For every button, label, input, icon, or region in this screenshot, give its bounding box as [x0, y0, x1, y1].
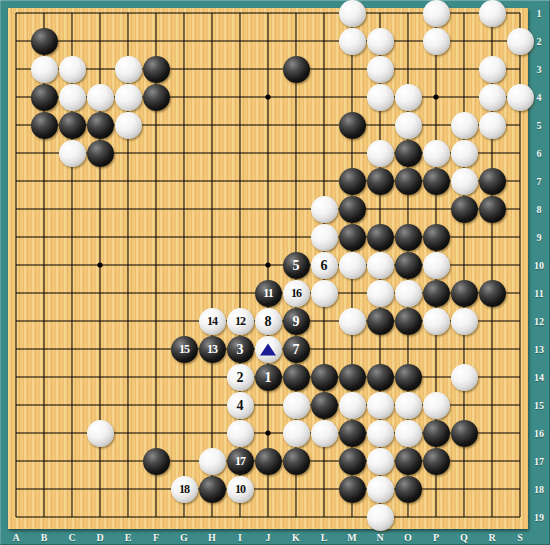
stone-B5-black[interactable]: [31, 112, 58, 139]
stone-R1-white[interactable]: [479, 0, 506, 27]
col-label-Q: Q: [460, 532, 468, 543]
stone-R7-black[interactable]: [479, 168, 506, 195]
row-label-13: 13: [534, 344, 544, 355]
stone-O5-white[interactable]: [395, 112, 422, 139]
stone-K15-white[interactable]: [283, 392, 310, 419]
stone-H17-white[interactable]: [199, 448, 226, 475]
stone-K14-black[interactable]: [283, 364, 310, 391]
stone-D4-white[interactable]: [87, 84, 114, 111]
stone-M12-white[interactable]: [339, 308, 366, 335]
stone-J11-black[interactable]: 11: [255, 280, 282, 307]
stone-M16-black[interactable]: [339, 420, 366, 447]
col-label-E: E: [125, 532, 132, 543]
stone-K17-black[interactable]: [283, 448, 310, 475]
stone-N2-white[interactable]: [367, 28, 394, 55]
stone-K3-black[interactable]: [283, 56, 310, 83]
stone-O16-white[interactable]: [395, 420, 422, 447]
stone-O9-black[interactable]: [395, 224, 422, 251]
move-number: 2: [227, 364, 254, 391]
move-number: 12: [227, 308, 254, 335]
stone-D16-white[interactable]: [87, 420, 114, 447]
stone-S2-white[interactable]: [507, 28, 534, 55]
move-number: 13: [199, 336, 226, 363]
stone-N9-black[interactable]: [367, 224, 394, 251]
stone-L10-white[interactable]: 6: [311, 252, 338, 279]
stone-K11-white[interactable]: 16: [283, 280, 310, 307]
stone-N10-white[interactable]: [367, 252, 394, 279]
stone-I16-white[interactable]: [227, 420, 254, 447]
stone-N3-white[interactable]: [367, 56, 394, 83]
stone-L14-black[interactable]: [311, 364, 338, 391]
col-label-J: J: [266, 532, 271, 543]
stone-H18-black[interactable]: [199, 476, 226, 503]
stone-N14-black[interactable]: [367, 364, 394, 391]
triangle-marker-icon: [260, 343, 276, 355]
stone-F17-black[interactable]: [143, 448, 170, 475]
row-label-17: 17: [534, 456, 544, 467]
stone-H13-black[interactable]: 13: [199, 336, 226, 363]
move-number: 4: [227, 392, 254, 419]
stone-N16-white[interactable]: [367, 420, 394, 447]
stone-N12-black[interactable]: [367, 308, 394, 335]
row-label-4: 4: [537, 92, 542, 103]
stone-K10-black[interactable]: 5: [283, 252, 310, 279]
move-number: 1: [255, 364, 282, 391]
stone-Q11-black[interactable]: [451, 280, 478, 307]
stone-C3-white[interactable]: [59, 56, 86, 83]
stone-I18-white[interactable]: 10: [227, 476, 254, 503]
stone-S4-white[interactable]: [507, 84, 534, 111]
col-label-R: R: [488, 532, 495, 543]
stone-O4-white[interactable]: [395, 84, 422, 111]
stone-P17-black[interactable]: [423, 448, 450, 475]
stone-G13-black[interactable]: 15: [171, 336, 198, 363]
col-label-M: M: [347, 532, 356, 543]
stone-N6-white[interactable]: [367, 140, 394, 167]
stone-B4-black[interactable]: [31, 84, 58, 111]
stone-N17-white[interactable]: [367, 448, 394, 475]
stone-L15-black[interactable]: [311, 392, 338, 419]
stone-L16-white[interactable]: [311, 420, 338, 447]
stone-R3-white[interactable]: [479, 56, 506, 83]
stone-D5-black[interactable]: [87, 112, 114, 139]
stone-O18-black[interactable]: [395, 476, 422, 503]
row-label-19: 19: [534, 512, 544, 523]
stone-N11-white[interactable]: [367, 280, 394, 307]
stone-N19-white[interactable]: [367, 504, 394, 531]
stone-O7-black[interactable]: [395, 168, 422, 195]
stone-Q12-white[interactable]: [451, 308, 478, 335]
row-label-6: 6: [537, 148, 542, 159]
stone-H12-white[interactable]: 14: [199, 308, 226, 335]
move-number: 3: [227, 336, 254, 363]
stone-P6-white[interactable]: [423, 140, 450, 167]
stone-N18-white[interactable]: [367, 476, 394, 503]
stone-J17-black[interactable]: [255, 448, 282, 475]
stone-N15-white[interactable]: [367, 392, 394, 419]
stone-M8-black[interactable]: [339, 196, 366, 223]
move-number: 10: [227, 476, 254, 503]
stone-M9-black[interactable]: [339, 224, 366, 251]
col-label-S: S: [517, 532, 523, 543]
stone-D6-black[interactable]: [87, 140, 114, 167]
move-number: 7: [283, 336, 310, 363]
stone-O14-black[interactable]: [395, 364, 422, 391]
stone-N4-white[interactable]: [367, 84, 394, 111]
stone-Q8-black[interactable]: [451, 196, 478, 223]
stone-E4-white[interactable]: [115, 84, 142, 111]
stone-I12-white[interactable]: 12: [227, 308, 254, 335]
stone-P1-white[interactable]: [423, 0, 450, 27]
stone-E5-white[interactable]: [115, 112, 142, 139]
stone-I15-white[interactable]: 4: [227, 392, 254, 419]
stone-J12-white[interactable]: 8: [255, 308, 282, 335]
col-label-H: H: [208, 532, 216, 543]
star-point-P4: [433, 94, 438, 99]
move-number: 11: [255, 280, 282, 307]
stone-Q14-white[interactable]: [451, 364, 478, 391]
row-label-1: 1: [537, 8, 542, 19]
row-label-5: 5: [537, 120, 542, 131]
stone-C6-white[interactable]: [59, 140, 86, 167]
col-label-D: D: [96, 532, 103, 543]
stone-N7-black[interactable]: [367, 168, 394, 195]
move-number: 5: [283, 252, 310, 279]
row-label-12: 12: [534, 316, 544, 327]
stone-O10-black[interactable]: [395, 252, 422, 279]
stone-C4-white[interactable]: [59, 84, 86, 111]
stone-P16-black[interactable]: [423, 420, 450, 447]
col-label-L: L: [321, 532, 328, 543]
stone-C5-black[interactable]: [59, 112, 86, 139]
stone-L9-white[interactable]: [311, 224, 338, 251]
stone-R5-white[interactable]: [479, 112, 506, 139]
stone-P2-white[interactable]: [423, 28, 450, 55]
stone-M10-white[interactable]: [339, 252, 366, 279]
stone-M5-black[interactable]: [339, 112, 366, 139]
stone-P11-black[interactable]: [423, 280, 450, 307]
stone-M2-white[interactable]: [339, 28, 366, 55]
star-point-J10: [265, 262, 270, 267]
col-label-O: O: [404, 532, 412, 543]
stone-R4-white[interactable]: [479, 84, 506, 111]
star-point-J16: [265, 430, 270, 435]
stone-Q6-white[interactable]: [451, 140, 478, 167]
row-label-3: 3: [537, 64, 542, 75]
row-label-16: 16: [534, 428, 544, 439]
row-label-10: 10: [534, 260, 544, 271]
col-label-B: B: [41, 532, 48, 543]
col-label-C: C: [68, 532, 75, 543]
row-label-9: 9: [537, 232, 542, 243]
stone-M15-white[interactable]: [339, 392, 366, 419]
row-label-11: 11: [534, 288, 543, 299]
stone-I14-white[interactable]: 2: [227, 364, 254, 391]
move-number: 6: [311, 252, 338, 279]
stone-M14-black[interactable]: [339, 364, 366, 391]
col-label-N: N: [376, 532, 383, 543]
stone-M7-black[interactable]: [339, 168, 366, 195]
stone-P7-black[interactable]: [423, 168, 450, 195]
row-label-18: 18: [534, 484, 544, 495]
col-label-G: G: [180, 532, 188, 543]
stone-P15-white[interactable]: [423, 392, 450, 419]
move-number: 16: [283, 280, 310, 307]
go-diagram-window: 561116141289151337214171810 ABCDEFGHIJKL…: [0, 0, 550, 545]
move-number: 14: [199, 308, 226, 335]
stone-Q5-white[interactable]: [451, 112, 478, 139]
stone-M18-black[interactable]: [339, 476, 366, 503]
stone-O15-white[interactable]: [395, 392, 422, 419]
stone-J14-black[interactable]: 1: [255, 364, 282, 391]
stone-K12-black[interactable]: 9: [283, 308, 310, 335]
move-number: 9: [283, 308, 310, 335]
stone-L11-white[interactable]: [311, 280, 338, 307]
stone-M17-black[interactable]: [339, 448, 366, 475]
stone-Q16-black[interactable]: [451, 420, 478, 447]
row-label-14: 14: [534, 372, 544, 383]
stone-P10-white[interactable]: [423, 252, 450, 279]
stone-L8-white[interactable]: [311, 196, 338, 223]
col-label-K: K: [292, 532, 300, 543]
stone-I13-black[interactable]: 3: [227, 336, 254, 363]
stone-G18-white[interactable]: 18: [171, 476, 198, 503]
stone-E3-white[interactable]: [115, 56, 142, 83]
stone-O11-white[interactable]: [395, 280, 422, 307]
col-label-I: I: [238, 532, 242, 543]
move-number: 18: [171, 476, 198, 503]
row-label-8: 8: [537, 204, 542, 215]
stone-F4-black[interactable]: [143, 84, 170, 111]
row-label-15: 15: [534, 400, 544, 411]
stone-I17-black[interactable]: 17: [227, 448, 254, 475]
stone-M1-white[interactable]: [339, 0, 366, 27]
stone-F3-black[interactable]: [143, 56, 170, 83]
col-label-A: A: [12, 532, 19, 543]
star-point-D10: [97, 262, 102, 267]
stone-B3-white[interactable]: [31, 56, 58, 83]
move-number: 15: [171, 336, 198, 363]
move-number: 17: [227, 448, 254, 475]
stone-O12-black[interactable]: [395, 308, 422, 335]
stone-O6-black[interactable]: [395, 140, 422, 167]
stone-K13-black[interactable]: 7: [283, 336, 310, 363]
stone-Q7-white[interactable]: [451, 168, 478, 195]
stone-P9-black[interactable]: [423, 224, 450, 251]
stone-K16-white[interactable]: [283, 420, 310, 447]
stone-R11-black[interactable]: [479, 280, 506, 307]
stone-B2-black[interactable]: [31, 28, 58, 55]
row-label-7: 7: [537, 176, 542, 187]
star-point-J4: [265, 94, 270, 99]
col-label-P: P: [433, 532, 439, 543]
stone-R8-black[interactable]: [479, 196, 506, 223]
stone-J13-white[interactable]: [255, 336, 282, 363]
col-label-F: F: [153, 532, 159, 543]
stone-O17-black[interactable]: [395, 448, 422, 475]
stone-P12-white[interactable]: [423, 308, 450, 335]
row-label-2: 2: [537, 36, 542, 47]
move-number: 8: [255, 308, 282, 335]
